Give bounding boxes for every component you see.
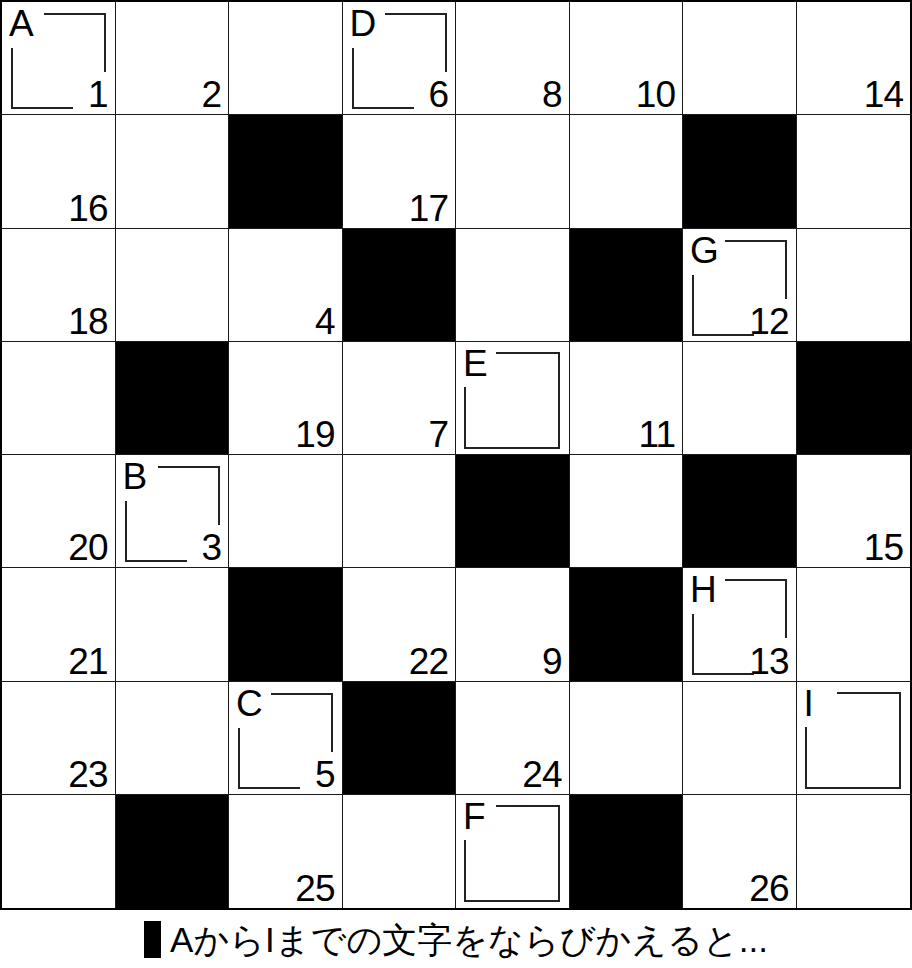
clue-number-14: 14	[864, 76, 903, 113]
grid-cell-r7c1[interactable]: 23	[2, 682, 116, 795]
grid-cell-r3c7[interactable]: G12	[683, 229, 797, 342]
black-cell-r3c4	[343, 229, 457, 342]
black-cell-r6c3	[229, 568, 343, 681]
letter-bracket-bottom-left	[464, 387, 560, 449]
clue-number-22: 22	[409, 643, 448, 680]
grid-cell-r7c7[interactable]	[683, 682, 797, 795]
black-cell-r3c6	[570, 229, 684, 342]
key-letter-G: G	[690, 232, 719, 269]
clue-number-4: 4	[315, 303, 335, 340]
grid-cell-r6c5[interactable]: 9	[456, 568, 570, 681]
letter-bracket-bottom-left	[238, 728, 300, 789]
clue-number-18: 18	[68, 303, 107, 340]
black-cell-r8c6	[570, 795, 684, 908]
clue-number-26: 26	[749, 870, 788, 907]
grid-cell-r2c2[interactable]	[116, 115, 230, 228]
clue-number-5: 5	[315, 756, 335, 793]
black-cell-r8c2	[116, 795, 230, 908]
grid-cell-r7c2[interactable]	[116, 682, 230, 795]
grid-cell-r2c4[interactable]: 17	[343, 115, 457, 228]
grid-cell-r2c6[interactable]	[570, 115, 684, 228]
clue-number-25: 25	[295, 870, 334, 907]
grid-cell-r4c7[interactable]	[683, 342, 797, 455]
clue-number-2: 2	[201, 76, 221, 113]
clue-number-16: 16	[68, 190, 107, 227]
letter-bracket-bottom-left	[464, 840, 560, 902]
grid-cell-r3c2[interactable]	[116, 229, 230, 342]
grid-cell-r8c1[interactable]	[2, 795, 116, 908]
clue-number-21: 21	[68, 643, 107, 680]
grid-cell-r4c6[interactable]: 11	[570, 342, 684, 455]
grid-cell-r3c1[interactable]: 18	[2, 229, 116, 342]
grid-cell-r8c5[interactable]: F	[456, 795, 570, 908]
grid-cell-r1c4[interactable]: D6	[343, 2, 457, 115]
grid-cell-r1c6[interactable]: 10	[570, 2, 684, 115]
clue-number-1: 1	[88, 76, 108, 113]
grid-cell-r2c1[interactable]: 16	[2, 115, 116, 228]
grid-cell-r1c2[interactable]: 2	[116, 2, 230, 115]
letter-bracket-bottom-left	[692, 275, 754, 336]
letter-bracket-bottom-left	[11, 48, 73, 109]
grid-cell-r5c4[interactable]	[343, 455, 457, 568]
letter-bracket-bottom-left	[125, 501, 187, 562]
grid-cell-r3c8[interactable]	[797, 229, 911, 342]
grid-cell-r2c8[interactable]	[797, 115, 911, 228]
grid-cell-r1c5[interactable]: 8	[456, 2, 570, 115]
clue-number-3: 3	[201, 529, 221, 566]
black-cell-r6c6	[570, 568, 684, 681]
black-cell-r5c5	[456, 455, 570, 568]
clue-number-9: 9	[542, 643, 562, 680]
grid-cell-r5c8[interactable]: 15	[797, 455, 911, 568]
key-letter-A: A	[9, 5, 34, 42]
grid-cell-r4c3[interactable]: 19	[229, 342, 343, 455]
grid-cell-r2c5[interactable]	[456, 115, 570, 228]
letter-bracket-bottom-left	[805, 727, 901, 789]
grid-cell-r1c8[interactable]: 14	[797, 2, 911, 115]
key-letter-H: H	[690, 571, 717, 608]
grid-cell-r6c2[interactable]	[116, 568, 230, 681]
grid-cell-r7c8[interactable]: I	[797, 682, 911, 795]
black-cell-r4c8	[797, 342, 911, 455]
key-letter-B: B	[123, 458, 148, 495]
key-letter-D: D	[350, 5, 377, 42]
key-letter-E: E	[463, 345, 488, 382]
black-cell-r2c7	[683, 115, 797, 228]
letter-bracket-bottom-left	[352, 48, 414, 109]
grid-cell-r4c5[interactable]: E	[456, 342, 570, 455]
caption-marker-bar	[144, 921, 161, 958]
grid-cell-r6c1[interactable]: 21	[2, 568, 116, 681]
grid-cell-r6c8[interactable]	[797, 568, 911, 681]
clue-number-8: 8	[542, 76, 562, 113]
key-letter-I: I	[804, 685, 814, 722]
grid-cell-r7c3[interactable]: C5	[229, 682, 343, 795]
black-cell-r7c4	[343, 682, 457, 795]
black-cell-r5c7	[683, 455, 797, 568]
grid-cell-r5c1[interactable]: 20	[2, 455, 116, 568]
clue-number-7: 7	[428, 416, 448, 453]
grid-cell-r3c5[interactable]	[456, 229, 570, 342]
clue-number-6: 6	[428, 76, 448, 113]
clue-number-17: 17	[409, 190, 448, 227]
grid-cell-r8c4[interactable]	[343, 795, 457, 908]
grid-cell-r1c3[interactable]	[229, 2, 343, 115]
caption-text: AからIまでの文字をならびかえると...	[170, 922, 768, 957]
grid-cell-r4c1[interactable]	[2, 342, 116, 455]
grid-cell-r3c3[interactable]: 4	[229, 229, 343, 342]
grid-cell-r5c6[interactable]	[570, 455, 684, 568]
grid-cell-r6c7[interactable]: H13	[683, 568, 797, 681]
grid-cell-r1c7[interactable]	[683, 2, 797, 115]
black-cell-r4c2	[116, 342, 230, 455]
grid-cell-r1c1[interactable]: A1	[2, 2, 116, 115]
clue-number-20: 20	[68, 529, 107, 566]
grid-cell-r7c6[interactable]	[570, 682, 684, 795]
grid-cell-r8c3[interactable]: 25	[229, 795, 343, 908]
clue-number-10: 10	[636, 76, 675, 113]
clue-number-11: 11	[639, 416, 675, 453]
grid-cell-r5c2[interactable]: B3	[116, 455, 230, 568]
crossword-board: A12D6810141617184G12197E1120B31521229H13…	[0, 0, 912, 910]
key-letter-F: F	[463, 798, 486, 835]
letter-bracket-bottom-left	[692, 614, 754, 675]
grid-cell-r5c3[interactable]	[229, 455, 343, 568]
grid-cell-r8c8[interactable]	[797, 795, 911, 908]
grid-cell-r7c5[interactable]: 24	[456, 682, 570, 795]
grid-cell-r4c4[interactable]: 7	[343, 342, 457, 455]
black-cell-r2c3	[229, 115, 343, 228]
caption: AからIまでの文字をならびかえると...	[0, 910, 912, 968]
clue-number-15: 15	[864, 529, 903, 566]
grid-cell-r8c7[interactable]: 26	[683, 795, 797, 908]
grid-cell-r6c4[interactable]: 22	[343, 568, 457, 681]
clue-number-24: 24	[522, 756, 561, 793]
key-letter-C: C	[236, 685, 263, 722]
clue-number-23: 23	[68, 756, 107, 793]
clue-number-19: 19	[295, 416, 334, 453]
clue-number-12: 12	[749, 303, 788, 340]
clue-number-13: 13	[749, 643, 788, 680]
